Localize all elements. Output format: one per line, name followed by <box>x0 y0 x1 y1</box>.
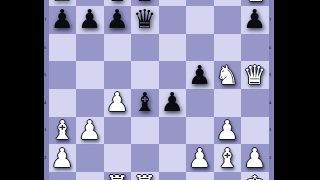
square-a1[interactable] <box>49 172 77 180</box>
piece-white-pawn-b3[interactable]: ♟ <box>76 117 104 145</box>
piece-black-pawn-a7[interactable]: ♟ <box>49 6 77 34</box>
square-h1[interactable]: ♚ <box>241 172 269 180</box>
square-d3[interactable] <box>131 117 159 145</box>
rank-label-4: 4 <box>44 101 47 105</box>
piece-black-pawn-f5[interactable]: ♟ <box>186 61 214 89</box>
square-f2[interactable]: ♟ <box>186 144 214 172</box>
square-c2[interactable] <box>104 144 132 172</box>
piece-white-rook-c1[interactable]: ♜ <box>104 172 132 180</box>
square-g1[interactable] <box>214 172 242 180</box>
square-e3[interactable] <box>159 117 187 145</box>
square-d6[interactable] <box>131 34 159 62</box>
square-e4[interactable]: ♟ <box>159 89 187 117</box>
piece-white-bishop-g2[interactable]: ♝ <box>214 144 242 172</box>
rank-label-6: 6 <box>44 46 47 50</box>
square-f7[interactable] <box>186 6 214 34</box>
square-h7[interactable]: ♟ <box>241 6 269 34</box>
square-a3[interactable]: ♝ <box>49 117 77 145</box>
rank-label-5: 5 <box>44 73 47 77</box>
square-e6[interactable] <box>159 34 187 62</box>
piece-black-pawn-e4[interactable]: ♟ <box>159 89 187 117</box>
square-c5[interactable] <box>104 61 132 89</box>
square-g3[interactable]: ♟ <box>214 117 242 145</box>
square-g4[interactable] <box>214 89 242 117</box>
piece-black-pawn-b7[interactable]: ♟ <box>76 6 104 34</box>
piece-white-king-h1[interactable]: ♚ <box>241 172 269 180</box>
square-d5[interactable] <box>131 61 159 89</box>
piece-white-pawn-a2[interactable]: ♟ <box>49 144 77 172</box>
square-f3[interactable] <box>186 117 214 145</box>
rank-label-7: 7 <box>269 18 272 22</box>
piece-white-pawn-f2[interactable]: ♟ <box>186 144 214 172</box>
square-c1[interactable]: ♜ <box>104 172 132 180</box>
piece-black-queen-d7[interactable]: ♛ <box>131 6 159 34</box>
square-c6[interactable] <box>104 34 132 62</box>
square-a4[interactable] <box>49 89 77 117</box>
piece-white-queen-h5[interactable]: ♛ <box>241 61 269 89</box>
square-f4[interactable] <box>186 89 214 117</box>
rank-label-3: 3 <box>269 128 272 132</box>
piece-white-pawn-c4[interactable]: ♟ <box>104 89 132 117</box>
square-c4[interactable]: ♟ <box>104 89 132 117</box>
rank-labels-right: 765432 <box>269 0 274 180</box>
square-a6[interactable] <box>49 34 77 62</box>
piece-white-bishop-a3[interactable]: ♝ <box>49 117 77 145</box>
square-e1[interactable] <box>159 172 187 180</box>
square-b6[interactable] <box>76 34 104 62</box>
square-a5[interactable] <box>49 61 77 89</box>
square-e2[interactable] <box>159 144 187 172</box>
piece-black-bishop-d4[interactable]: ♝ <box>131 89 159 117</box>
rank-label-2: 2 <box>44 156 47 160</box>
rank-label-2: 2 <box>269 156 272 160</box>
chess-board: ♜♝♚♞♟♟♟♛♟♟♞♛♟♝♟♝♟♟♟♟♝♟♜♜♚ <box>49 0 269 180</box>
square-h2[interactable]: ♟ <box>241 144 269 172</box>
square-d1[interactable]: ♜ <box>131 172 159 180</box>
square-a2[interactable]: ♟ <box>49 144 77 172</box>
video-frame: 765432 ♜♝♚♞♟♟♟♛♟♟♞♛♟♝♟♝♟♟♟♟♝♟♜♜♚ 765432 <box>0 0 320 180</box>
square-h5[interactable]: ♛ <box>241 61 269 89</box>
square-c3[interactable] <box>104 117 132 145</box>
square-b4[interactable] <box>76 89 104 117</box>
square-f5[interactable]: ♟ <box>186 61 214 89</box>
square-h4[interactable] <box>241 89 269 117</box>
piece-white-rook-d1[interactable]: ♜ <box>131 172 159 180</box>
square-g6[interactable] <box>214 34 242 62</box>
square-d7[interactable]: ♛ <box>131 6 159 34</box>
square-b5[interactable] <box>76 61 104 89</box>
square-e7[interactable] <box>159 6 187 34</box>
square-g5[interactable]: ♞ <box>214 61 242 89</box>
square-h3[interactable] <box>241 117 269 145</box>
rank-labels-left: 765432 <box>44 0 49 180</box>
square-d2[interactable] <box>131 144 159 172</box>
square-h6[interactable] <box>241 34 269 62</box>
rank-label-4: 4 <box>269 101 272 105</box>
piece-black-pawn-c7[interactable]: ♟ <box>104 6 132 34</box>
square-b2[interactable] <box>76 144 104 172</box>
rank-label-3: 3 <box>44 128 47 132</box>
rank-label-6: 6 <box>269 46 272 50</box>
square-b1[interactable] <box>76 172 104 180</box>
square-c7[interactable]: ♟ <box>104 6 132 34</box>
piece-white-knight-g5[interactable]: ♞ <box>214 61 242 89</box>
square-d4[interactable]: ♝ <box>131 89 159 117</box>
square-f1[interactable] <box>186 172 214 180</box>
piece-white-pawn-h2[interactable]: ♟ <box>241 144 269 172</box>
square-a7[interactable]: ♟ <box>49 6 77 34</box>
rank-label-7: 7 <box>44 18 47 22</box>
square-b3[interactable]: ♟ <box>76 117 104 145</box>
square-b7[interactable]: ♟ <box>76 6 104 34</box>
square-f6[interactable] <box>186 34 214 62</box>
piece-black-pawn-h7[interactable]: ♟ <box>241 6 269 34</box>
rank-label-5: 5 <box>269 73 272 77</box>
square-e5[interactable] <box>159 61 187 89</box>
square-g7[interactable] <box>214 6 242 34</box>
square-g2[interactable]: ♝ <box>214 144 242 172</box>
piece-white-pawn-g3[interactable]: ♟ <box>214 117 242 145</box>
